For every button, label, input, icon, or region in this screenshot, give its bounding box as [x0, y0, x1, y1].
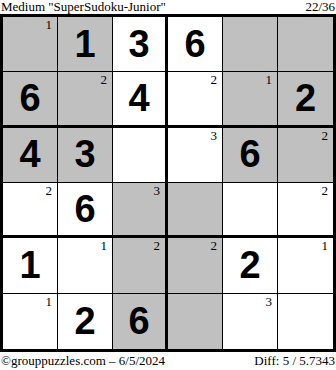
- cell-r3c3[interactable]: [113, 128, 168, 183]
- cell-r3c6[interactable]: 2: [278, 128, 333, 183]
- cell-r4c2: 6: [58, 183, 113, 238]
- cell-r5c6[interactable]: 1: [278, 238, 333, 293]
- given-digit: 1: [3, 238, 57, 292]
- corner-mark: 2: [211, 238, 218, 253]
- corner-mark: 1: [322, 238, 329, 253]
- given-digit: 6: [3, 72, 57, 124]
- puzzle-title: Medium "SuperSudoku-Junior": [1, 0, 166, 14]
- cell-r3c1: 4: [3, 128, 58, 183]
- cell-r4c6[interactable]: 2: [278, 183, 333, 238]
- given-digit: 6: [223, 128, 277, 182]
- cell-r1c1[interactable]: 1: [3, 17, 58, 72]
- cell-r2c2[interactable]: 2: [58, 72, 113, 127]
- given-digit: 6: [58, 183, 112, 235]
- cell-r2c5[interactable]: 1: [223, 72, 278, 127]
- corner-mark: 2: [211, 72, 218, 87]
- header: Medium "SuperSudoku-Junior" 22/36: [0, 0, 336, 14]
- difficulty-text: Diff: 5 / 5.7343: [254, 353, 335, 369]
- corner-mark: 2: [322, 183, 329, 198]
- cell-r6c6[interactable]: [278, 294, 333, 349]
- given-digit: 2: [278, 72, 333, 124]
- corner-mark: 2: [101, 72, 108, 87]
- corner-mark: 1: [46, 294, 53, 309]
- cell-r6c4[interactable]: [168, 294, 223, 349]
- cell-r1c6[interactable]: [278, 17, 333, 72]
- corner-mark: 3: [154, 183, 161, 198]
- cell-r6c1[interactable]: 1: [3, 294, 58, 349]
- cell-r3c4[interactable]: 3: [168, 128, 223, 183]
- corner-mark: 3: [211, 128, 218, 143]
- corner-mark: 1: [101, 238, 108, 253]
- cell-r4c4[interactable]: [168, 183, 223, 238]
- given-digit: 2: [223, 238, 277, 292]
- cell-r2c6: 2: [278, 72, 333, 127]
- corner-mark: 2: [154, 238, 161, 253]
- cell-r1c4: 6: [168, 17, 223, 72]
- cell-r6c5[interactable]: 3: [223, 294, 278, 349]
- corner-mark: 1: [266, 72, 273, 87]
- given-digit: 1: [58, 17, 112, 71]
- remaining-counter: 22/36: [305, 0, 335, 14]
- given-digit: 2: [58, 294, 112, 349]
- copyright-text: ©grouppuzzles.com – 6/5/2024: [1, 353, 165, 369]
- corner-mark: 2: [322, 128, 329, 143]
- cell-r2c1: 6: [3, 72, 58, 127]
- corner-mark: 2: [46, 183, 53, 198]
- given-digit: 6: [168, 17, 222, 71]
- cell-r1c2: 1: [58, 17, 113, 72]
- puzzle-page: Medium "SuperSudoku-Junior" 22/36 113662…: [0, 0, 336, 370]
- cell-r2c3: 4: [113, 72, 168, 127]
- given-digit: 4: [3, 128, 57, 182]
- footer: ©grouppuzzles.com – 6/5/2024 Diff: 5 / 5…: [0, 352, 336, 370]
- cell-r5c1: 1: [3, 238, 58, 293]
- given-digit: 6: [113, 294, 165, 349]
- given-digit: 3: [58, 128, 112, 182]
- cell-r1c5[interactable]: [223, 17, 278, 72]
- given-digit: 3: [113, 17, 165, 71]
- cell-r6c2: 2: [58, 294, 113, 349]
- cell-r4c5[interactable]: [223, 183, 278, 238]
- corner-mark: 3: [266, 294, 273, 309]
- cell-r5c5: 2: [223, 238, 278, 293]
- given-digit: 4: [113, 72, 165, 124]
- corner-mark: 1: [46, 17, 53, 32]
- cell-r5c4[interactable]: 2: [168, 238, 223, 293]
- sudoku-board: 11366242124336226321122211263: [0, 14, 336, 352]
- cell-r5c2[interactable]: 1: [58, 238, 113, 293]
- cell-r1c3: 3: [113, 17, 168, 72]
- cell-r6c3: 6: [113, 294, 168, 349]
- cell-r5c3[interactable]: 2: [113, 238, 168, 293]
- cell-r3c5: 6: [223, 128, 278, 183]
- cell-r3c2: 3: [58, 128, 113, 183]
- cell-r4c1[interactable]: 2: [3, 183, 58, 238]
- cell-r2c4[interactable]: 2: [168, 72, 223, 127]
- cell-r4c3[interactable]: 3: [113, 183, 168, 238]
